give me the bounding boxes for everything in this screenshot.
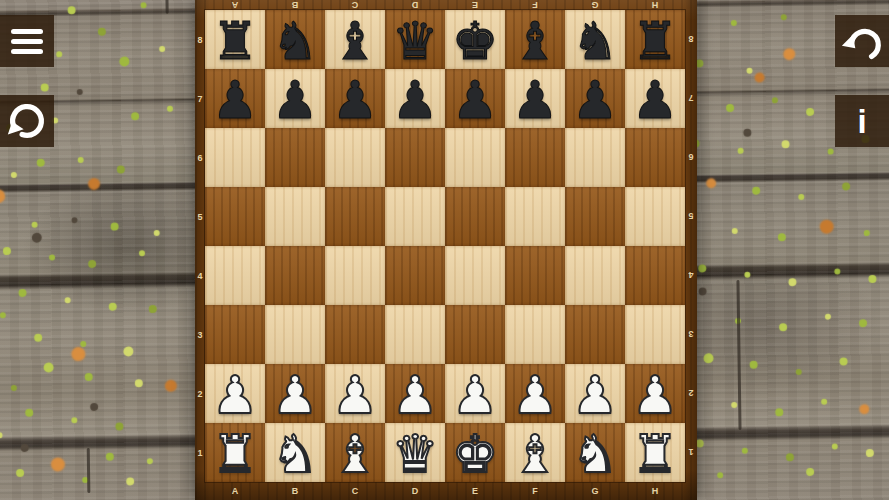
square-e5[interactable] — [445, 187, 505, 246]
coordinate-label: A — [205, 0, 265, 10]
piece-white-queen: ♛ — [392, 428, 439, 480]
piece-black-pawn: ♟ — [632, 74, 679, 126]
piece-black-rook: ♜ — [212, 15, 259, 67]
coordinate-label: 1 — [195, 423, 205, 482]
square-g3[interactable] — [565, 305, 625, 364]
coordinate-label: 6 — [195, 128, 205, 187]
square-c1[interactable]: ♝ — [325, 423, 385, 482]
piece-white-bishop: ♝ — [512, 428, 559, 480]
square-c7[interactable]: ♟ — [325, 69, 385, 128]
coordinate-label: D — [385, 482, 445, 500]
square-h5[interactable] — [625, 187, 685, 246]
plank-seam — [87, 448, 91, 493]
plank-seam — [736, 280, 741, 430]
undo-icon — [839, 18, 885, 64]
coordinate-label: 1 — [685, 423, 697, 482]
piece-white-knight: ♞ — [572, 428, 619, 480]
plank-seam — [165, 0, 168, 14]
square-b2[interactable]: ♟ — [265, 364, 325, 423]
coordinate-label: G — [565, 0, 625, 10]
piece-black-pawn: ♟ — [452, 74, 499, 126]
square-b1[interactable]: ♞ — [265, 423, 325, 482]
square-g8[interactable]: ♞ — [565, 10, 625, 69]
piece-black-king: ♚ — [452, 15, 499, 67]
square-h6[interactable] — [625, 128, 685, 187]
coordinate-label: 2 — [685, 364, 697, 423]
coordinate-label: F — [505, 0, 565, 10]
square-d1[interactable]: ♛ — [385, 423, 445, 482]
chess-app-screen: i ABCDEFGH ABCDEFGH 87654321 87654321 ♜♞… — [0, 0, 889, 500]
rotate-icon — [4, 98, 50, 144]
square-e6[interactable] — [445, 128, 505, 187]
square-b6[interactable] — [265, 128, 325, 187]
piece-white-pawn: ♟ — [212, 369, 259, 421]
menu-icon — [11, 29, 43, 54]
square-e7[interactable]: ♟ — [445, 69, 505, 128]
rotate-board-button[interactable] — [0, 95, 54, 147]
piece-white-pawn: ♟ — [272, 369, 319, 421]
coordinate-label: 7 — [685, 69, 697, 128]
piece-black-rook: ♜ — [632, 15, 679, 67]
coordinate-label: D — [385, 0, 445, 10]
coordinate-label: 5 — [685, 187, 697, 246]
square-d8[interactable]: ♛ — [385, 10, 445, 69]
piece-white-bishop: ♝ — [332, 428, 379, 480]
piece-white-rook: ♜ — [632, 428, 679, 480]
square-a1[interactable]: ♜ — [205, 423, 265, 482]
coordinate-label: 6 — [685, 128, 697, 187]
coordinate-label: B — [265, 0, 325, 10]
square-b4[interactable] — [265, 246, 325, 305]
coordinate-label: C — [325, 0, 385, 10]
square-g7[interactable]: ♟ — [565, 69, 625, 128]
square-f1[interactable]: ♝ — [505, 423, 565, 482]
square-g1[interactable]: ♞ — [565, 423, 625, 482]
square-c6[interactable] — [325, 128, 385, 187]
square-f5[interactable] — [505, 187, 565, 246]
square-h2[interactable]: ♟ — [625, 364, 685, 423]
coordinate-label: 2 — [195, 364, 205, 423]
coordinate-label: G — [565, 482, 625, 500]
info-button[interactable]: i — [835, 95, 889, 147]
square-h4[interactable] — [625, 246, 685, 305]
coordinate-label: 4 — [685, 246, 697, 305]
coordinate-label: C — [325, 482, 385, 500]
square-c2[interactable]: ♟ — [325, 364, 385, 423]
square-f7[interactable]: ♟ — [505, 69, 565, 128]
square-c5[interactable] — [325, 187, 385, 246]
square-a5[interactable] — [205, 187, 265, 246]
piece-black-bishop: ♝ — [332, 15, 379, 67]
piece-black-pawn: ♟ — [212, 74, 259, 126]
square-f6[interactable] — [505, 128, 565, 187]
square-b8[interactable]: ♞ — [265, 10, 325, 69]
coordinate-label: B — [265, 482, 325, 500]
piece-white-pawn: ♟ — [572, 369, 619, 421]
coordinate-label: E — [445, 482, 505, 500]
piece-white-pawn: ♟ — [632, 369, 679, 421]
square-h3[interactable] — [625, 305, 685, 364]
coordinate-label: F — [505, 482, 565, 500]
coordinate-label: 3 — [685, 305, 697, 364]
file-labels-top: ABCDEFGH — [205, 0, 685, 10]
piece-white-pawn: ♟ — [512, 369, 559, 421]
piece-black-bishop: ♝ — [512, 15, 559, 67]
coordinate-label: 5 — [195, 187, 205, 246]
file-labels-bottom: ABCDEFGH — [205, 482, 685, 500]
square-g2[interactable]: ♟ — [565, 364, 625, 423]
piece-black-pawn: ♟ — [572, 74, 619, 126]
square-g4[interactable] — [565, 246, 625, 305]
square-d5[interactable] — [385, 187, 445, 246]
piece-white-pawn: ♟ — [392, 369, 439, 421]
piece-white-pawn: ♟ — [452, 369, 499, 421]
piece-black-pawn: ♟ — [512, 74, 559, 126]
piece-white-pawn: ♟ — [332, 369, 379, 421]
square-h8[interactable]: ♜ — [625, 10, 685, 69]
square-d2[interactable]: ♟ — [385, 364, 445, 423]
square-a4[interactable] — [205, 246, 265, 305]
square-a8[interactable]: ♜ — [205, 10, 265, 69]
square-a6[interactable] — [205, 128, 265, 187]
rank-labels-right: 87654321 — [685, 10, 697, 482]
piece-white-knight: ♞ — [272, 428, 319, 480]
board-squares: ♜♞♝♛♚♝♞♜♟♟♟♟♟♟♟♟♟♟♟♟♟♟♟♟♜♞♝♛♚♝♞♜ — [205, 10, 685, 482]
square-e1[interactable]: ♚ — [445, 423, 505, 482]
rank-labels-left: 87654321 — [195, 10, 205, 482]
piece-black-knight: ♞ — [572, 15, 619, 67]
square-h1[interactable]: ♜ — [625, 423, 685, 482]
coordinate-label: H — [625, 0, 685, 10]
coordinate-label: 8 — [195, 10, 205, 69]
square-g5[interactable] — [565, 187, 625, 246]
coordinate-label: H — [625, 482, 685, 500]
piece-white-rook: ♜ — [212, 428, 259, 480]
square-c8[interactable]: ♝ — [325, 10, 385, 69]
undo-button[interactable] — [835, 15, 889, 67]
square-f2[interactable]: ♟ — [505, 364, 565, 423]
square-g6[interactable] — [565, 128, 625, 187]
chess-board: ABCDEFGH ABCDEFGH 87654321 87654321 ♜♞♝♛… — [195, 0, 697, 500]
square-e8[interactable]: ♚ — [445, 10, 505, 69]
square-h7[interactable]: ♟ — [625, 69, 685, 128]
square-a2[interactable]: ♟ — [205, 364, 265, 423]
coordinate-label: 8 — [685, 10, 697, 69]
piece-black-queen: ♛ — [392, 15, 439, 67]
coordinate-label: 4 — [195, 246, 205, 305]
coordinate-label: 3 — [195, 305, 205, 364]
piece-white-king: ♚ — [452, 428, 499, 480]
coordinate-label: A — [205, 482, 265, 500]
coordinate-label: 7 — [195, 69, 205, 128]
square-a3[interactable] — [205, 305, 265, 364]
piece-black-pawn: ♟ — [332, 74, 379, 126]
square-b7[interactable]: ♟ — [265, 69, 325, 128]
square-e2[interactable]: ♟ — [445, 364, 505, 423]
piece-black-knight: ♞ — [272, 15, 319, 67]
square-b3[interactable] — [265, 305, 325, 364]
square-b5[interactable] — [265, 187, 325, 246]
square-f4[interactable] — [505, 246, 565, 305]
square-e4[interactable] — [445, 246, 505, 305]
square-e3[interactable] — [445, 305, 505, 364]
info-icon: i — [857, 105, 866, 138]
square-c4[interactable] — [325, 246, 385, 305]
square-d6[interactable] — [385, 128, 445, 187]
square-a7[interactable]: ♟ — [205, 69, 265, 128]
piece-black-pawn: ♟ — [392, 74, 439, 126]
piece-black-pawn: ♟ — [272, 74, 319, 126]
coordinate-label: E — [445, 0, 505, 10]
square-d7[interactable]: ♟ — [385, 69, 445, 128]
square-f8[interactable]: ♝ — [505, 10, 565, 69]
square-d3[interactable] — [385, 305, 445, 364]
square-d4[interactable] — [385, 246, 445, 305]
square-c3[interactable] — [325, 305, 385, 364]
menu-button[interactable] — [0, 15, 54, 67]
square-f3[interactable] — [505, 305, 565, 364]
